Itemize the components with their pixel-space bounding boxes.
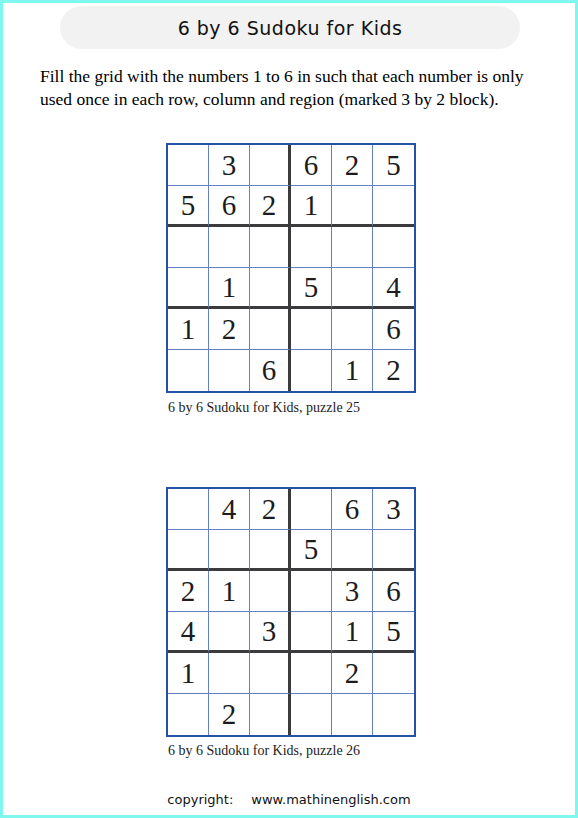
- sudoku-board-puzzle-25: 36255621154126612: [166, 143, 416, 393]
- sudoku-cell-r2c3[interactable]: 2: [250, 186, 291, 227]
- sudoku-cell-r4c2[interactable]: 1: [209, 268, 250, 309]
- sudoku-cell-r3c5[interactable]: [332, 227, 373, 268]
- sudoku-cell-r5c3[interactable]: [250, 653, 291, 694]
- sudoku-cell-r4c3[interactable]: [250, 268, 291, 309]
- sudoku-cell-r3c6[interactable]: 6: [373, 571, 414, 612]
- sudoku-cell-r1c6[interactable]: 5: [373, 145, 414, 186]
- sudoku-cell-r6c4[interactable]: [291, 350, 332, 391]
- website-text: www.mathinenglish.com: [251, 792, 410, 807]
- sudoku-cell-r6c4[interactable]: [291, 694, 332, 735]
- sudoku-cell-r2c5[interactable]: [332, 530, 373, 571]
- sudoku-cell-r3c3[interactable]: [250, 227, 291, 268]
- sudoku-cell-r2c1[interactable]: 5: [168, 186, 209, 227]
- sudoku-cell-r5c2[interactable]: [209, 653, 250, 694]
- sudoku-cell-r1c1[interactable]: [168, 489, 209, 530]
- sudoku-cell-r5c6[interactable]: 6: [373, 309, 414, 350]
- sudoku-cell-r3c5[interactable]: 3: [332, 571, 373, 612]
- sudoku-cell-r2c4[interactable]: 1: [291, 186, 332, 227]
- sudoku-cell-r2c3[interactable]: [250, 530, 291, 571]
- sudoku-cell-r3c1[interactable]: 2: [168, 571, 209, 612]
- sudoku-cell-r6c3[interactable]: [250, 694, 291, 735]
- sudoku-cell-r4c5[interactable]: [332, 268, 373, 309]
- sudoku-cell-r2c6[interactable]: [373, 186, 414, 227]
- sudoku-cell-r5c4[interactable]: [291, 309, 332, 350]
- sudoku-cell-r5c1[interactable]: 1: [168, 653, 209, 694]
- sudoku-cell-r2c2[interactable]: 6: [209, 186, 250, 227]
- sudoku-cell-r1c6[interactable]: 3: [373, 489, 414, 530]
- footer: copyright: www.mathinenglish.com: [3, 792, 575, 807]
- sudoku-cell-r5c4[interactable]: [291, 653, 332, 694]
- sudoku-cell-r1c5[interactable]: 6: [332, 489, 373, 530]
- sudoku-cell-r4c6[interactable]: 4: [373, 268, 414, 309]
- sudoku-cell-r6c5[interactable]: 1: [332, 350, 373, 391]
- sudoku-cell-r6c1[interactable]: [168, 694, 209, 735]
- sudoku-cell-r6c3[interactable]: 6: [250, 350, 291, 391]
- copyright-label: copyright:: [167, 792, 233, 807]
- sudoku-cell-r5c3[interactable]: [250, 309, 291, 350]
- sudoku-cell-r1c5[interactable]: 2: [332, 145, 373, 186]
- sudoku-cell-r6c2[interactable]: 2: [209, 694, 250, 735]
- sudoku-cell-r4c1[interactable]: [168, 268, 209, 309]
- sudoku-cell-r3c1[interactable]: [168, 227, 209, 268]
- sudoku-cell-r3c4[interactable]: [291, 227, 332, 268]
- sudoku-cell-r1c2[interactable]: 3: [209, 145, 250, 186]
- puzzle-26-caption: 6 by 6 Sudoku for Kids, puzzle 26: [168, 743, 360, 759]
- sudoku-cell-r4c5[interactable]: 1: [332, 612, 373, 653]
- sudoku-cell-r4c1[interactable]: 4: [168, 612, 209, 653]
- sudoku-cell-r6c5[interactable]: [332, 694, 373, 735]
- sudoku-cell-r3c2[interactable]: 1: [209, 571, 250, 612]
- sudoku-cell-r4c2[interactable]: [209, 612, 250, 653]
- sudoku-cell-r2c5[interactable]: [332, 186, 373, 227]
- sudoku-cell-r2c1[interactable]: [168, 530, 209, 571]
- sudoku-cell-r6c6[interactable]: [373, 694, 414, 735]
- sudoku-cell-r4c3[interactable]: 3: [250, 612, 291, 653]
- sudoku-cell-r1c3[interactable]: 2: [250, 489, 291, 530]
- sudoku-cell-r1c3[interactable]: [250, 145, 291, 186]
- sudoku-board-puzzle-26: 4263521364315122: [166, 487, 416, 737]
- sudoku-cell-r1c4[interactable]: 6: [291, 145, 332, 186]
- sudoku-cell-r5c2[interactable]: 2: [209, 309, 250, 350]
- sudoku-cell-r2c4[interactable]: 5: [291, 530, 332, 571]
- sudoku-cell-r3c6[interactable]: [373, 227, 414, 268]
- sudoku-cell-r3c4[interactable]: [291, 571, 332, 612]
- sudoku-cell-r4c6[interactable]: 5: [373, 612, 414, 653]
- sudoku-cell-r5c1[interactable]: 1: [168, 309, 209, 350]
- worksheet-page: 6 by 6 Sudoku for Kids Fill the grid wit…: [0, 0, 578, 818]
- instructions-text: Fill the grid with the numbers 1 to 6 in…: [40, 65, 550, 111]
- sudoku-cell-r3c2[interactable]: [209, 227, 250, 268]
- puzzle-25-caption: 6 by 6 Sudoku for Kids, puzzle 25: [168, 400, 360, 416]
- page-title: 6 by 6 Sudoku for Kids: [178, 17, 403, 39]
- sudoku-cell-r6c6[interactable]: 2: [373, 350, 414, 391]
- sudoku-cell-r5c5[interactable]: 2: [332, 653, 373, 694]
- sudoku-cell-r5c6[interactable]: [373, 653, 414, 694]
- sudoku-cell-r1c1[interactable]: [168, 145, 209, 186]
- sudoku-cell-r4c4[interactable]: [291, 612, 332, 653]
- sudoku-cell-r1c2[interactable]: 4: [209, 489, 250, 530]
- sudoku-cell-r2c6[interactable]: [373, 530, 414, 571]
- sudoku-cell-r3c3[interactable]: [250, 571, 291, 612]
- sudoku-cell-r4c4[interactable]: 5: [291, 268, 332, 309]
- sudoku-cell-r2c2[interactable]: [209, 530, 250, 571]
- title-pill: 6 by 6 Sudoku for Kids: [60, 6, 520, 49]
- sudoku-cell-r1c4[interactable]: [291, 489, 332, 530]
- sudoku-cell-r6c1[interactable]: [168, 350, 209, 391]
- sudoku-cell-r6c2[interactable]: [209, 350, 250, 391]
- sudoku-cell-r5c5[interactable]: [332, 309, 373, 350]
